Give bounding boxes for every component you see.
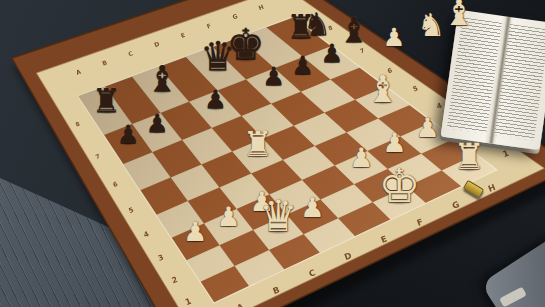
- white-queen-c2[interactable]: ♛: [259, 195, 298, 238]
- captured-white-bishop[interactable]: ♝: [443, 0, 475, 30]
- captured-white-knight[interactable]: ♞: [417, 10, 445, 41]
- black-pawn-d7[interactable]: ♟: [204, 88, 227, 114]
- captured-white-pawn[interactable]: ♟: [383, 26, 405, 51]
- scene: AABBCCDDEEFFGGHH1122334455667788 ♜♝♛♚♜♟♟…: [0, 0, 545, 307]
- white-pawn-b3[interactable]: ♟: [217, 204, 241, 231]
- black-pawn-a7[interactable]: ♟: [117, 122, 140, 148]
- black-pawn-f7[interactable]: ♟: [262, 64, 285, 90]
- black-king-f8[interactable]: ♚: [227, 23, 265, 66]
- white-bishop-h5[interactable]: ♝: [366, 71, 399, 108]
- white-rook-h1[interactable]: ♜: [453, 140, 485, 176]
- white-pawn-g3[interactable]: ♟: [382, 130, 406, 157]
- white-rook-d5[interactable]: ♜: [242, 127, 273, 161]
- black-bishop-c8[interactable]: ♝: [146, 61, 178, 97]
- white-pawn-d2[interactable]: ♟: [300, 193, 324, 220]
- white-pawn-h3[interactable]: ♟: [416, 115, 440, 142]
- black-pawn-h7[interactable]: ♟: [320, 41, 343, 67]
- white-pawn-a3[interactable]: ♟: [183, 219, 207, 246]
- white-pawn-f3[interactable]: ♟: [349, 145, 373, 172]
- white-king-f1[interactable]: ♚: [378, 163, 420, 210]
- black-pawn-g7[interactable]: ♟: [291, 53, 314, 79]
- black-rook-h8[interactable]: ♜: [287, 11, 316, 44]
- black-rook-a8[interactable]: ♜: [92, 85, 121, 118]
- black-pawn-b7[interactable]: ♟: [146, 111, 169, 137]
